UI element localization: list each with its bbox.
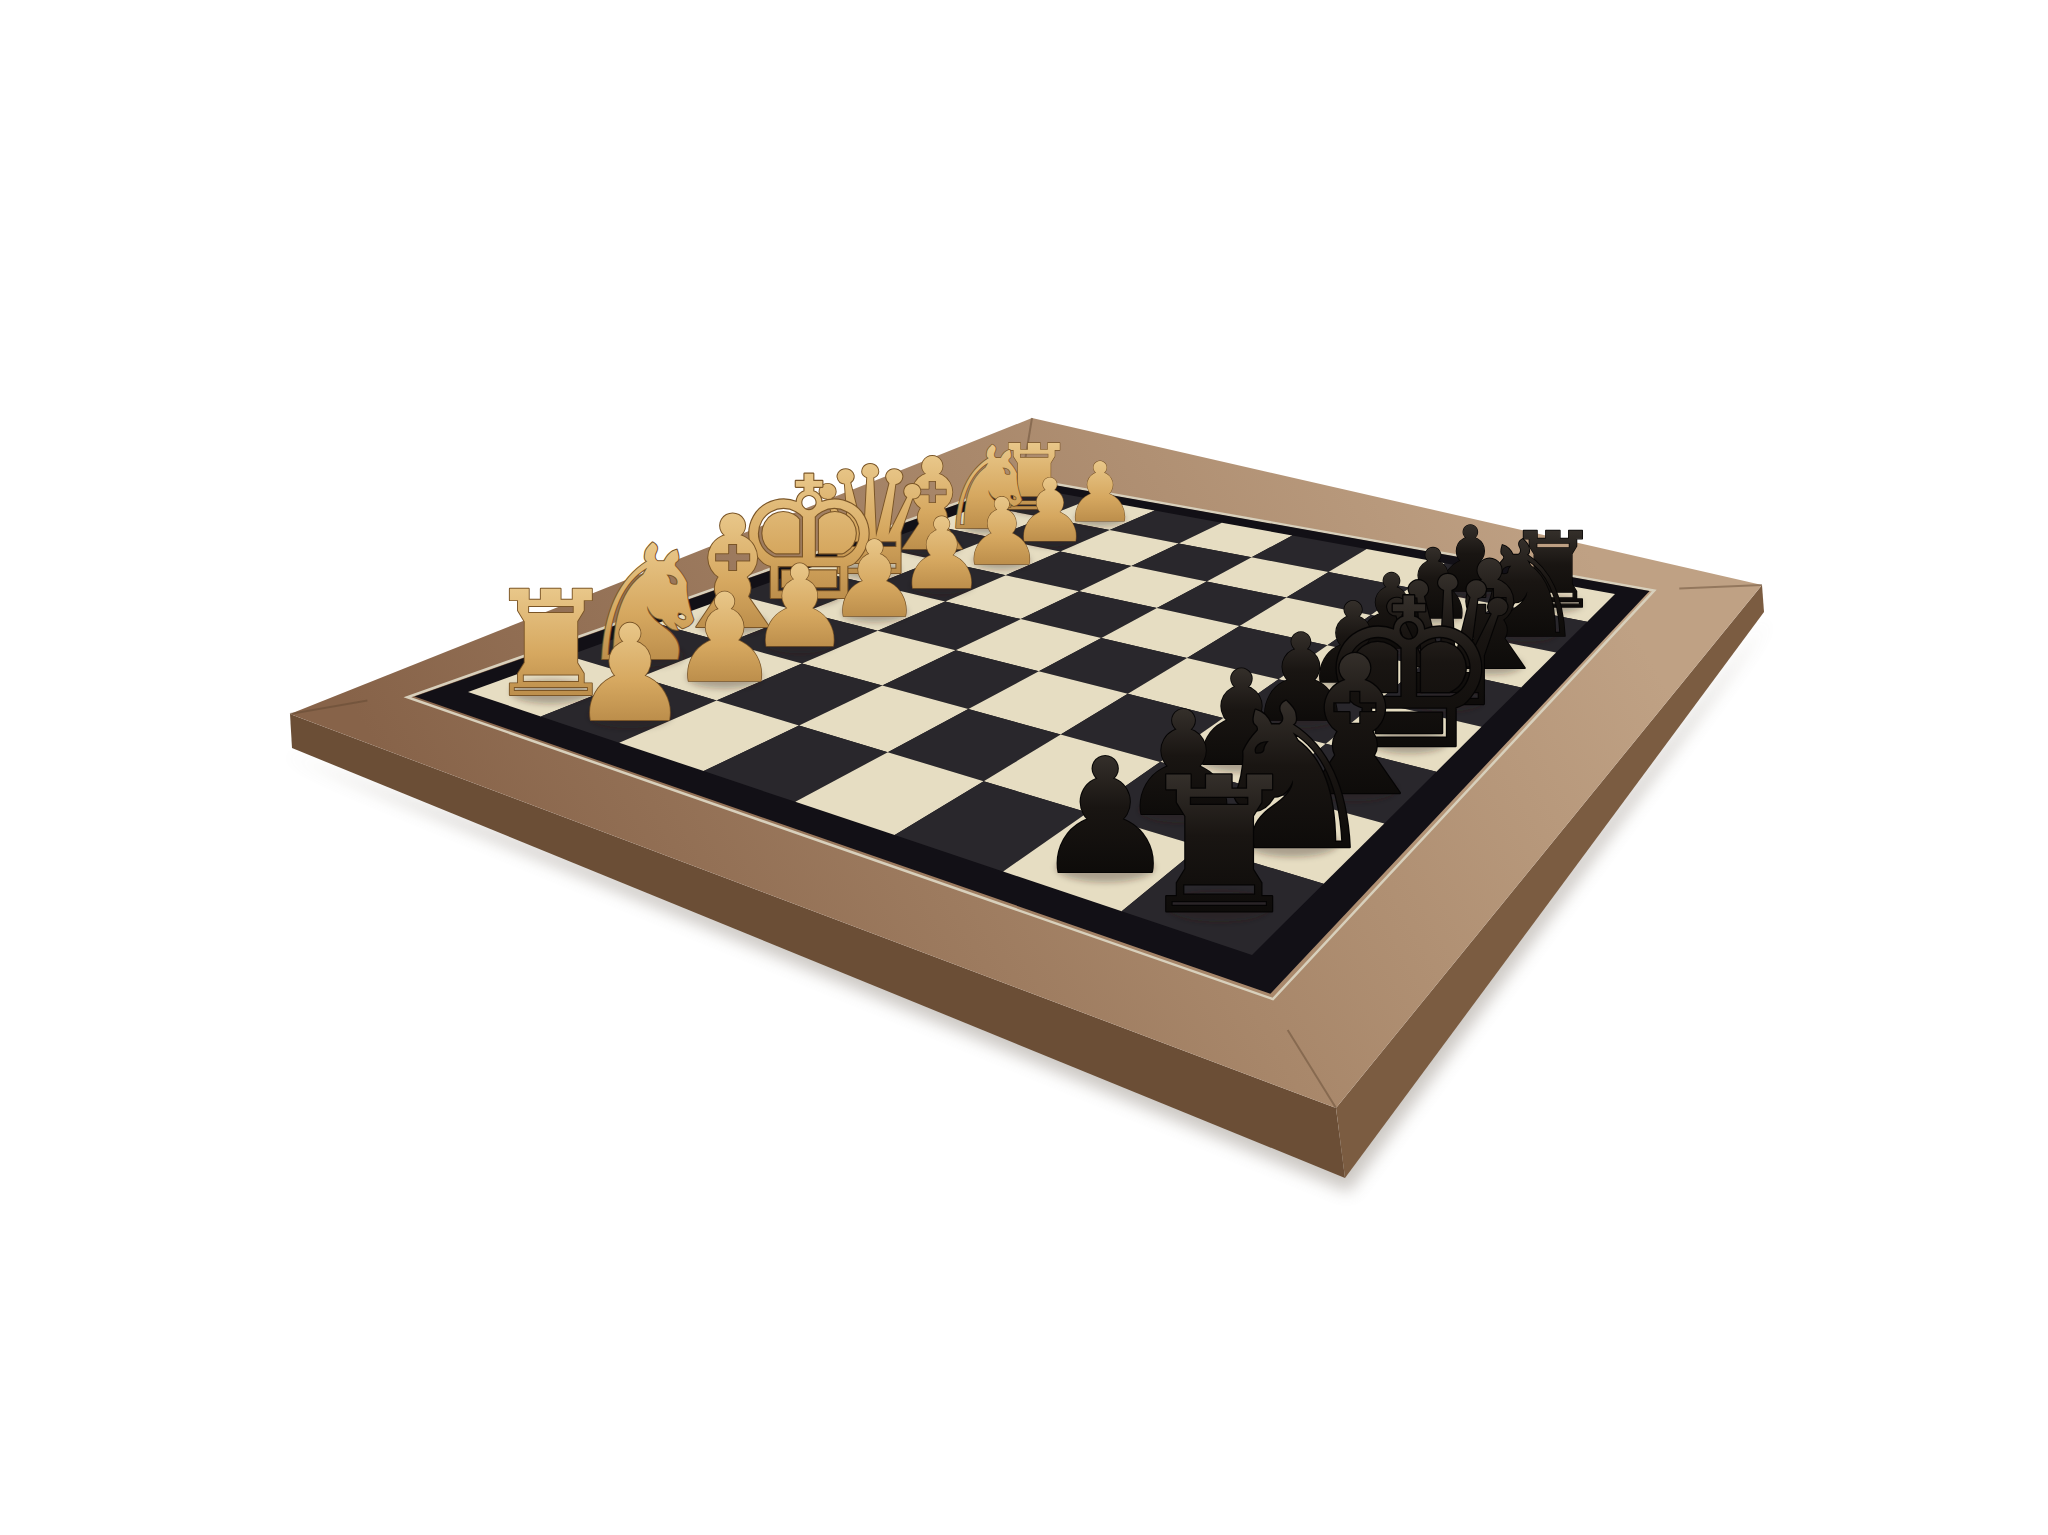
- product-photo: ♜♟♞♟♝♟♛♟♟♚♜♟♟♝♞♟♟♞♝♟♟♜♛♟♟♚♟♝♟♞♟♜: [0, 0, 2048, 1535]
- piece-white-pawn-h2: ♟: [570, 596, 690, 751]
- chessboard-photo-svg: ♜♟♞♟♝♟♛♟♟♚♜♟♟♝♞♟♟♞♝♟♟♜♛♟♟♚♟♝♟♞♟♜: [0, 0, 2048, 1535]
- piece-black-rook-h8: ♜: [1135, 737, 1303, 955]
